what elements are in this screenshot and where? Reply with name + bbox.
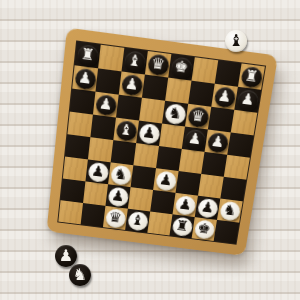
square-b5[interactable]: [90, 115, 116, 141]
square-a4[interactable]: [65, 134, 90, 159]
pawn-glyph: ♟: [91, 163, 106, 179]
piece-black-pawn-a7[interactable]: ♟: [74, 67, 97, 90]
square-h5[interactable]: [227, 132, 253, 157]
pawn-glyph: ♟: [210, 134, 226, 150]
square-h3[interactable]: [220, 177, 246, 202]
square-c6[interactable]: [116, 95, 142, 121]
square-d6[interactable]: [139, 98, 165, 124]
square-f1[interactable]: ♜: [169, 214, 194, 238]
square-e8[interactable]: ♚: [168, 54, 195, 81]
piece-black-bishop-c5[interactable]: ♝: [115, 119, 137, 141]
square-h1[interactable]: [214, 220, 239, 244]
square-e5[interactable]: [159, 124, 185, 149]
square-d7[interactable]: [142, 75, 168, 101]
square-c3[interactable]: ♞: [108, 162, 133, 187]
piece-black-pawn-f5[interactable]: ♟: [183, 128, 206, 150]
square-c2[interactable]: ♟: [105, 184, 130, 208]
pawn-glyph: ♟: [200, 200, 215, 216]
piece-white-pawn-e3[interactable]: ♟: [155, 170, 177, 191]
bishop-glyph: ♝: [229, 33, 243, 49]
square-f4[interactable]: [179, 149, 205, 174]
square-c4[interactable]: [111, 140, 137, 165]
square-b1[interactable]: [81, 203, 106, 227]
captured-white-bishop[interactable]: ♝: [225, 30, 247, 52]
square-a6[interactable]: [70, 89, 96, 115]
piece-black-rook-a8[interactable]: ♜: [76, 43, 99, 66]
square-d1[interactable]: ♝: [125, 209, 150, 233]
square-h8[interactable]: ♜: [238, 63, 265, 89]
piece-black-pawn-b6[interactable]: ♟: [95, 93, 117, 116]
knight-glyph: ♞: [73, 267, 87, 283]
piece-black-pawn-g5[interactable]: ♟: [206, 131, 229, 153]
bishop-glyph: ♝: [119, 122, 134, 138]
square-h4[interactable]: [224, 155, 250, 180]
square-a2[interactable]: [61, 179, 86, 204]
piece-white-pawn-d5[interactable]: ♟: [138, 122, 160, 144]
pawn-glyph: ♟: [141, 125, 156, 141]
square-e3[interactable]: ♟: [153, 168, 179, 193]
piece-black-pawn-h7[interactable]: ♟: [236, 88, 259, 111]
square-e1[interactable]: [147, 211, 172, 235]
square-a1[interactable]: [58, 200, 83, 224]
piece-white-pawn-g2[interactable]: ♟: [196, 197, 218, 218]
piece-white-rook-f1[interactable]: ♜: [171, 216, 193, 237]
pawn-glyph: ♟: [187, 131, 202, 147]
piece-white-knight-c3[interactable]: ♞: [110, 164, 132, 186]
square-a8[interactable]: ♜: [75, 42, 101, 69]
king-glyph: ♚: [174, 58, 190, 75]
piece-white-knight-e6[interactable]: ♞: [164, 102, 187, 124]
piece-white-pawn-f2[interactable]: ♟: [174, 194, 196, 215]
pawn-glyph: ♟: [178, 197, 193, 213]
rook-glyph: ♜: [175, 218, 190, 233]
piece-black-queen-f6[interactable]: ♛: [187, 105, 210, 127]
piece-black-rook-h8[interactable]: ♜: [240, 65, 263, 88]
pawn-glyph: ♟: [124, 76, 139, 93]
queen-glyph: ♛: [108, 210, 123, 226]
pawn-glyph: ♟: [98, 96, 113, 113]
square-c5[interactable]: ♝: [113, 118, 139, 144]
square-c8[interactable]: ♝: [122, 48, 148, 75]
square-b2[interactable]: [83, 181, 108, 205]
piece-white-pawn-c2[interactable]: ♟: [107, 186, 129, 207]
king-glyph: ♚: [197, 221, 212, 236]
square-c7[interactable]: ♟: [119, 71, 145, 97]
square-b8[interactable]: [98, 45, 124, 72]
square-e6[interactable]: ♞: [162, 101, 188, 127]
queen-glyph: ♛: [150, 55, 166, 72]
square-d5[interactable]: ♟: [136, 121, 162, 146]
piece-black-pawn-g7[interactable]: ♟: [213, 85, 236, 108]
square-c1[interactable]: ♛: [103, 206, 128, 230]
chess-board: ♜♝♛♚♜♟♟♟♟♟♞♛♝♟♟♟♟♞♟♟♟♟♞♛♝♜♚: [47, 28, 279, 256]
knight-glyph: ♞: [167, 105, 183, 122]
piece-black-bishop-c8[interactable]: ♝: [123, 50, 146, 73]
square-e7[interactable]: [165, 78, 191, 104]
square-a5[interactable]: [67, 112, 92, 138]
bishop-glyph: ♝: [130, 213, 145, 228]
square-a3[interactable]: [63, 157, 88, 182]
square-b6[interactable]: ♟: [93, 92, 119, 118]
square-f2[interactable]: ♟: [172, 193, 197, 217]
pawn-glyph: ♟: [240, 91, 256, 108]
pawn-glyph: ♟: [217, 88, 233, 105]
square-a7[interactable]: ♟: [72, 65, 98, 91]
square-f3[interactable]: [176, 171, 202, 196]
square-d3[interactable]: [131, 165, 156, 190]
piece-white-king-g1[interactable]: ♚: [193, 219, 215, 240]
piece-black-king-e8[interactable]: ♚: [170, 56, 193, 79]
square-b4[interactable]: [88, 137, 113, 162]
square-h6[interactable]: [231, 110, 258, 136]
piece-black-queen-d8[interactable]: ♛: [147, 53, 170, 76]
square-b7[interactable]: [95, 68, 121, 94]
square-h2[interactable]: ♞: [217, 199, 243, 223]
knight-glyph: ♞: [113, 166, 128, 182]
piece-white-knight-h2[interactable]: ♞: [219, 200, 241, 221]
square-d8[interactable]: ♛: [145, 51, 171, 78]
rook-glyph: ♜: [243, 68, 259, 85]
square-d2[interactable]: [128, 187, 153, 211]
knight-glyph: ♞: [222, 202, 237, 218]
captured-black-knight[interactable]: ♞: [69, 264, 91, 286]
square-h7[interactable]: ♟: [234, 87, 261, 113]
square-e2[interactable]: [150, 190, 175, 214]
piece-white-queen-c1[interactable]: ♛: [105, 207, 127, 228]
square-e4[interactable]: [156, 146, 182, 171]
pawn-glyph: ♟: [78, 69, 93, 86]
table-background: ♜♝♛♚♜♟♟♟♟♟♞♛♝♟♟♟♟♞♟♟♟♟♞♛♝♜♚ ♝♟♞: [0, 0, 300, 300]
pawn-glyph: ♟: [59, 248, 73, 264]
bishop-glyph: ♝: [127, 52, 143, 69]
piece-white-pawn-b3[interactable]: ♟: [87, 161, 109, 183]
piece-white-bishop-d1[interactable]: ♝: [127, 210, 149, 231]
pawn-glyph: ♟: [158, 172, 173, 188]
pawn-glyph: ♟: [111, 188, 126, 204]
rook-glyph: ♜: [80, 46, 95, 63]
square-b3[interactable]: ♟: [85, 159, 110, 184]
queen-glyph: ♛: [190, 108, 206, 125]
square-d4[interactable]: [133, 143, 159, 168]
board-grid: ♜♝♛♚♜♟♟♟♟♟♞♛♝♟♟♟♟♞♟♟♟♟♞♛♝♜♚: [57, 40, 266, 244]
piece-black-pawn-c7[interactable]: ♟: [120, 73, 143, 96]
